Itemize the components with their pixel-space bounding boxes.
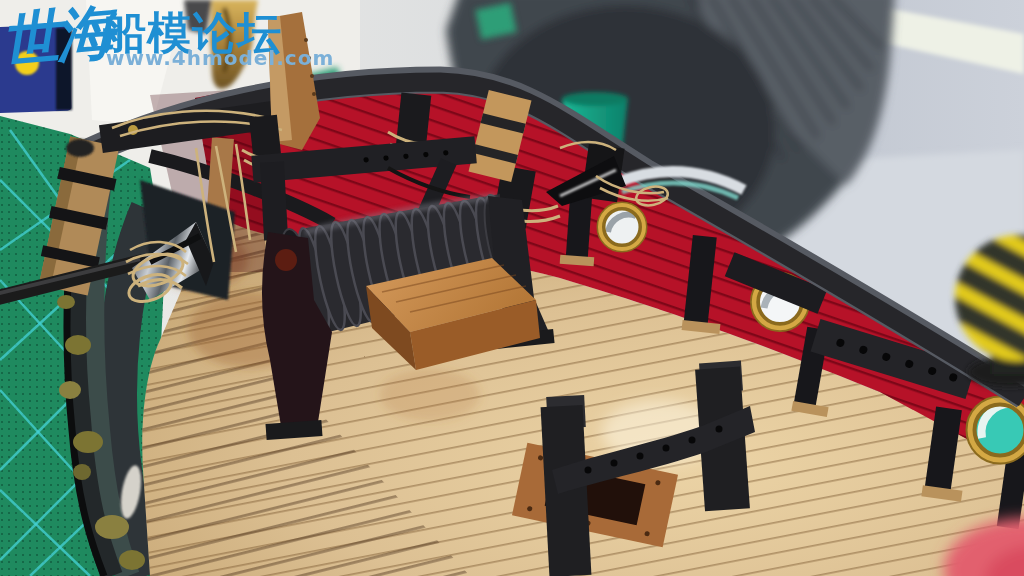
scene-art [0, 0, 1024, 576]
blue-box [0, 25, 72, 114]
yellow-dot [15, 51, 39, 75]
porthole-1 [600, 205, 644, 249]
photo-ship-model: 世海 船模论坛 www.4hmodel.com [0, 0, 1024, 576]
porthole-3 [970, 400, 1024, 460]
